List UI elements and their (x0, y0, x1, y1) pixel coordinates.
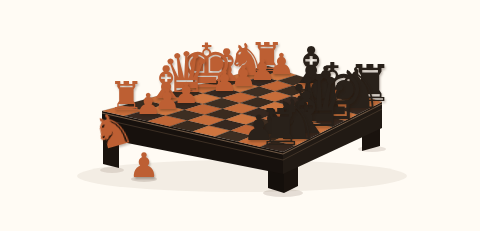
chess-board (0, 0, 480, 231)
shadow (131, 176, 157, 182)
shadow (100, 167, 124, 173)
chess-set-photo: ♜♞♝♛♚♞♜♟♟♟♟♟♟♟♟♝♟♟♟♟♟♟♟♜♝♛♚♝♞♜♞♟ (0, 0, 480, 231)
